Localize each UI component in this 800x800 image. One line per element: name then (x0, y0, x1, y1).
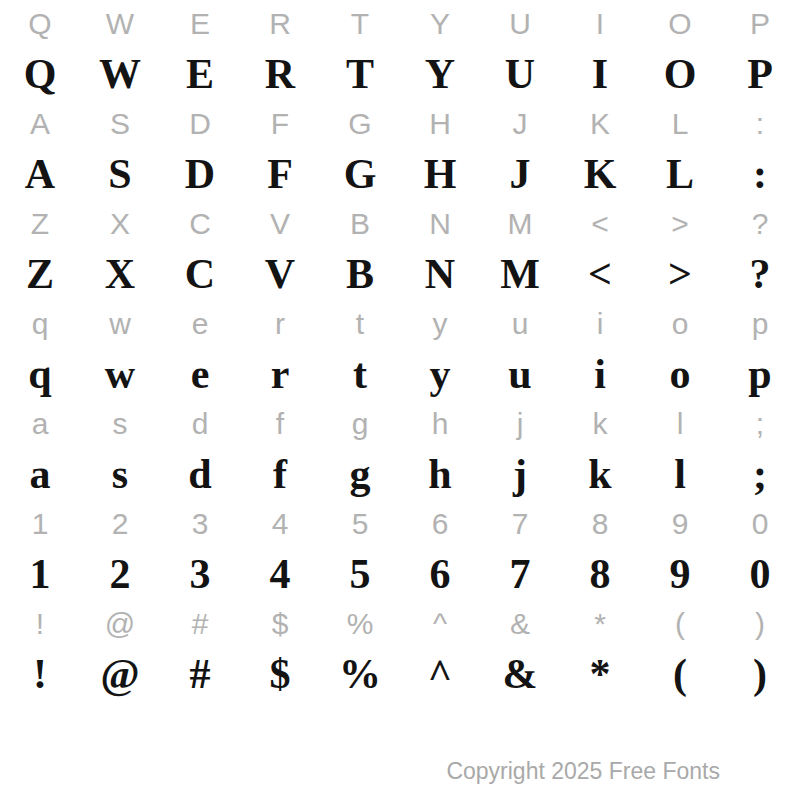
specimen-char: % (320, 646, 400, 702)
ghost-char: ^ (400, 602, 480, 646)
specimen-char: i (560, 346, 640, 402)
specimen-uppercase-bottom-row: ZXCVBNM<>? (0, 246, 800, 302)
ghost-lowercase-top-row: qwertyuiop (0, 302, 800, 346)
specimen-char: S (80, 146, 160, 202)
ghost-char: T (320, 2, 400, 46)
ghost-char: O (640, 2, 720, 46)
specimen-char: $ (240, 646, 320, 702)
ghost-char: 0 (720, 502, 800, 546)
ghost-char: S (80, 102, 160, 146)
specimen-char: h (400, 446, 480, 502)
specimen-symbols-row: !@#$%^&*() (0, 646, 800, 702)
specimen-char: P (720, 46, 800, 102)
specimen-char: t (320, 346, 400, 402)
specimen-char: e (160, 346, 240, 402)
ghost-char: $ (240, 602, 320, 646)
ghost-char: R (240, 2, 320, 46)
ghost-char: f (240, 402, 320, 446)
ghost-char: i (560, 302, 640, 346)
specimen-char: 9 (640, 546, 720, 602)
specimen-char: ? (720, 246, 800, 302)
specimen-char: l (640, 446, 720, 502)
specimen-char: Y (400, 46, 480, 102)
specimen-char: A (0, 146, 80, 202)
ghost-char: @ (80, 602, 160, 646)
ghost-uppercase-bottom-row: ZXCVBNM<>? (0, 202, 800, 246)
ghost-char: # (160, 602, 240, 646)
specimen-char: 7 (480, 546, 560, 602)
ghost-char: r (240, 302, 320, 346)
specimen-char: 4 (240, 546, 320, 602)
specimen-char: u (480, 346, 560, 402)
copyright-text: Copyright 2025 Free Fonts (446, 760, 720, 783)
ghost-char: E (160, 2, 240, 46)
specimen-char: K (560, 146, 640, 202)
specimen-char: G (320, 146, 400, 202)
ghost-char: 9 (640, 502, 720, 546)
ghost-char: e (160, 302, 240, 346)
specimen-char: d (160, 446, 240, 502)
specimen-char: ( (640, 646, 720, 702)
specimen-char: C (160, 246, 240, 302)
specimen-char: U (480, 46, 560, 102)
ghost-char: K (560, 102, 640, 146)
specimen-char: 8 (560, 546, 640, 602)
specimen-char: T (320, 46, 400, 102)
ghost-char: o (640, 302, 720, 346)
ghost-char: p (720, 302, 800, 346)
specimen-char: D (160, 146, 240, 202)
ghost-char: ( (640, 602, 720, 646)
specimen-char: B (320, 246, 400, 302)
ghost-uppercase-top-row: QWERTYUIOP (0, 2, 800, 46)
ghost-char: 1 (0, 502, 80, 546)
specimen-char: W (80, 46, 160, 102)
ghost-char: u (480, 302, 560, 346)
specimen-char: a (0, 446, 80, 502)
ghost-char: Q (0, 2, 80, 46)
ghost-char: k (560, 402, 640, 446)
ghost-char: A (0, 102, 80, 146)
ghost-char: X (80, 202, 160, 246)
ghost-char: ) (720, 602, 800, 646)
specimen-char: 2 (80, 546, 160, 602)
specimen-char: 3 (160, 546, 240, 602)
ghost-char: U (480, 2, 560, 46)
ghost-char: M (480, 202, 560, 246)
specimen-lowercase-home-row: asdfghjkl; (0, 446, 800, 502)
ghost-char: s (80, 402, 160, 446)
ghost-char: 3 (160, 502, 240, 546)
ghost-char: 8 (560, 502, 640, 546)
specimen-char: 0 (720, 546, 800, 602)
ghost-char: g (320, 402, 400, 446)
specimen-char: s (80, 446, 160, 502)
ghost-char: & (480, 602, 560, 646)
ghost-lowercase-home-row: asdfghjkl; (0, 402, 800, 446)
ghost-char: 6 (400, 502, 480, 546)
specimen-char: w (80, 346, 160, 402)
specimen-uppercase-home-row: ASDFGHJKL: (0, 146, 800, 202)
specimen-char: k (560, 446, 640, 502)
specimen-char: o (640, 346, 720, 402)
specimen-char: ; (720, 446, 800, 502)
ghost-char: ! (0, 602, 80, 646)
ghost-char: J (480, 102, 560, 146)
specimen-char: M (480, 246, 560, 302)
ghost-char: V (240, 202, 320, 246)
specimen-char: f (240, 446, 320, 502)
specimen-char: & (480, 646, 560, 702)
ghost-char: 7 (480, 502, 560, 546)
specimen-char: O (640, 46, 720, 102)
specimen-char: @ (80, 646, 160, 702)
specimen-char: * (560, 646, 640, 702)
ghost-char: > (640, 202, 720, 246)
specimen-char: N (400, 246, 480, 302)
specimen-uppercase-top-row: QWERTYUIOP (0, 46, 800, 102)
specimen-char: 5 (320, 546, 400, 602)
specimen-char: H (400, 146, 480, 202)
specimen-char: j (480, 446, 560, 502)
ghost-char: I (560, 2, 640, 46)
ghost-char: w (80, 302, 160, 346)
ghost-char: y (400, 302, 480, 346)
specimen-char: V (240, 246, 320, 302)
specimen-char: R (240, 46, 320, 102)
ghost-char: P (720, 2, 800, 46)
ghost-digits-row: 1234567890 (0, 502, 800, 546)
ghost-char: D (160, 102, 240, 146)
specimen-char: I (560, 46, 640, 102)
specimen-char: p (720, 346, 800, 402)
ghost-char: * (560, 602, 640, 646)
specimen-char: ^ (400, 646, 480, 702)
specimen-char: 6 (400, 546, 480, 602)
ghost-char: j (480, 402, 560, 446)
specimen-char: J (480, 146, 560, 202)
font-specimen-sheet: QWERTYUIOPQWERTYUIOPASDFGHJKL:ASDFGHJKL:… (0, 0, 800, 800)
specimen-char: X (80, 246, 160, 302)
specimen-char: # (160, 646, 240, 702)
specimen-char: y (400, 346, 480, 402)
ghost-char: F (240, 102, 320, 146)
specimen-char: : (720, 146, 800, 202)
specimen-char: q (0, 346, 80, 402)
ghost-symbols-row: !@#$%^&*() (0, 602, 800, 646)
ghost-char: Z (0, 202, 80, 246)
ghost-char: G (320, 102, 400, 146)
specimen-char: Z (0, 246, 80, 302)
specimen-char: > (640, 246, 720, 302)
ghost-char: h (400, 402, 480, 446)
ghost-char: % (320, 602, 400, 646)
character-map-grid: QWERTYUIOPQWERTYUIOPASDFGHJKL:ASDFGHJKL:… (0, 0, 800, 702)
ghost-char: H (400, 102, 480, 146)
ghost-char: < (560, 202, 640, 246)
ghost-char: t (320, 302, 400, 346)
ghost-char: 5 (320, 502, 400, 546)
specimen-char: 1 (0, 546, 80, 602)
specimen-char: F (240, 146, 320, 202)
specimen-char: E (160, 46, 240, 102)
specimen-char: < (560, 246, 640, 302)
ghost-uppercase-home-row: ASDFGHJKL: (0, 102, 800, 146)
ghost-char: C (160, 202, 240, 246)
ghost-char: 2 (80, 502, 160, 546)
specimen-char: ) (720, 646, 800, 702)
ghost-char: q (0, 302, 80, 346)
ghost-char: 4 (240, 502, 320, 546)
specimen-char: Q (0, 46, 80, 102)
ghost-char: d (160, 402, 240, 446)
ghost-char: : (720, 102, 800, 146)
ghost-char: N (400, 202, 480, 246)
ghost-char: ? (720, 202, 800, 246)
specimen-char: r (240, 346, 320, 402)
ghost-char: l (640, 402, 720, 446)
specimen-char: ! (0, 646, 80, 702)
ghost-char: W (80, 2, 160, 46)
specimen-char: g (320, 446, 400, 502)
specimen-digits-row: 1234567890 (0, 546, 800, 602)
footer: Copyright 2025 Free Fonts (0, 702, 800, 800)
specimen-lowercase-top-row: qwertyuiop (0, 346, 800, 402)
ghost-char: L (640, 102, 720, 146)
ghost-char: ; (720, 402, 800, 446)
specimen-char: L (640, 146, 720, 202)
ghost-char: a (0, 402, 80, 446)
ghost-char: Y (400, 2, 480, 46)
ghost-char: B (320, 202, 400, 246)
